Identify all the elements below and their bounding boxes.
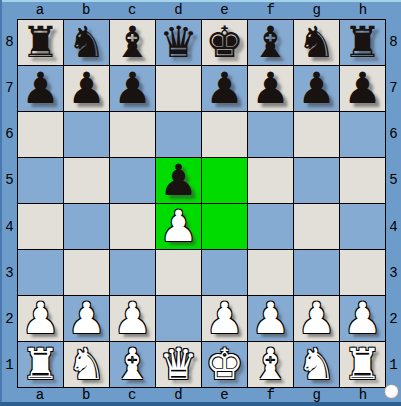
square-h8[interactable]: ♜ bbox=[340, 20, 385, 65]
white-king[interactable]: ♚ bbox=[205, 342, 244, 387]
square-c7[interactable]: ♟ bbox=[110, 66, 155, 111]
file-label-top-d: d bbox=[155, 2, 201, 18]
black-bishop[interactable]: ♝ bbox=[113, 20, 152, 65]
rank-label-left-1: 1 bbox=[2, 342, 17, 388]
black-pawn[interactable]: ♟ bbox=[113, 66, 152, 111]
white-rook[interactable]: ♜ bbox=[21, 342, 60, 387]
white-pawn[interactable]: ♟ bbox=[205, 296, 244, 341]
white-pawn[interactable]: ♟ bbox=[67, 296, 106, 341]
rank-label-right-2: 2 bbox=[386, 296, 401, 342]
square-h5[interactable] bbox=[340, 158, 385, 203]
rank-labels-left: 87654321 bbox=[2, 19, 17, 388]
square-g5[interactable] bbox=[294, 158, 339, 203]
square-a5[interactable] bbox=[18, 158, 63, 203]
board: ♜♞♝♛♚♝♞♜♟♟♟♟♟♟♟♟♟♟♟♟♟♟♟♟♜♞♝♛♚♝♞♜ bbox=[17, 19, 386, 388]
square-d6[interactable] bbox=[156, 112, 201, 157]
rank-label-right-7: 7 bbox=[386, 65, 401, 111]
black-knight[interactable]: ♞ bbox=[67, 20, 106, 65]
square-d1[interactable]: ♛ bbox=[156, 342, 201, 387]
white-pawn[interactable]: ♟ bbox=[297, 296, 336, 341]
square-f2[interactable]: ♟ bbox=[248, 296, 293, 341]
rank-label-left-6: 6 bbox=[2, 111, 17, 157]
rank-label-right-1: 1 bbox=[386, 342, 401, 388]
rank-label-right-3: 3 bbox=[386, 250, 401, 296]
file-label-top-a: a bbox=[17, 2, 63, 18]
white-rook[interactable]: ♜ bbox=[343, 342, 382, 387]
rank-label-left-8: 8 bbox=[2, 19, 17, 65]
square-b6[interactable] bbox=[64, 112, 109, 157]
square-c1[interactable]: ♝ bbox=[110, 342, 155, 387]
square-f4[interactable] bbox=[248, 204, 293, 249]
square-c4[interactable] bbox=[110, 204, 155, 249]
square-e1[interactable]: ♚ bbox=[202, 342, 247, 387]
square-g2[interactable]: ♟ bbox=[294, 296, 339, 341]
file-label-bottom-g: g bbox=[294, 387, 340, 402]
file-labels-top: abcdefgh bbox=[17, 2, 386, 18]
white-bishop[interactable]: ♝ bbox=[251, 342, 290, 387]
square-a1[interactable]: ♜ bbox=[18, 342, 63, 387]
square-e5[interactable] bbox=[202, 158, 247, 203]
square-f7[interactable]: ♟ bbox=[248, 66, 293, 111]
square-b7[interactable]: ♟ bbox=[64, 66, 109, 111]
file-label-bottom-b: b bbox=[63, 387, 109, 402]
square-e3[interactable] bbox=[202, 250, 247, 295]
square-c3[interactable] bbox=[110, 250, 155, 295]
square-d3[interactable] bbox=[156, 250, 201, 295]
square-b1[interactable]: ♞ bbox=[64, 342, 109, 387]
square-b4[interactable] bbox=[64, 204, 109, 249]
square-g4[interactable] bbox=[294, 204, 339, 249]
black-pawn[interactable]: ♟ bbox=[67, 66, 106, 111]
square-f3[interactable] bbox=[248, 250, 293, 295]
file-label-top-b: b bbox=[63, 2, 109, 18]
rank-label-right-8: 8 bbox=[386, 19, 401, 65]
white-knight[interactable]: ♞ bbox=[67, 342, 106, 387]
file-label-bottom-h: h bbox=[340, 387, 386, 402]
black-pawn[interactable]: ♟ bbox=[205, 66, 244, 111]
black-bishop[interactable]: ♝ bbox=[251, 20, 290, 65]
file-labels-bottom: abcdefgh bbox=[17, 387, 386, 402]
white-bishop[interactable]: ♝ bbox=[113, 342, 152, 387]
black-rook[interactable]: ♜ bbox=[343, 20, 382, 65]
square-d7[interactable] bbox=[156, 66, 201, 111]
square-h6[interactable] bbox=[340, 112, 385, 157]
square-g6[interactable] bbox=[294, 112, 339, 157]
black-king[interactable]: ♚ bbox=[205, 20, 244, 65]
square-g8[interactable]: ♞ bbox=[294, 20, 339, 65]
square-a4[interactable] bbox=[18, 204, 63, 249]
file-label-top-e: e bbox=[202, 2, 248, 18]
black-queen[interactable]: ♛ bbox=[159, 20, 198, 65]
square-f1[interactable]: ♝ bbox=[248, 342, 293, 387]
rank-label-left-2: 2 bbox=[2, 296, 17, 342]
square-b8[interactable]: ♞ bbox=[64, 20, 109, 65]
file-label-top-h: h bbox=[340, 2, 386, 18]
rank-label-right-4: 4 bbox=[386, 204, 401, 250]
square-d2[interactable] bbox=[156, 296, 201, 341]
black-pawn[interactable]: ♟ bbox=[343, 66, 382, 111]
file-label-top-f: f bbox=[248, 2, 294, 18]
white-to-move-indicator bbox=[384, 384, 399, 399]
square-c5[interactable] bbox=[110, 158, 155, 203]
square-d5[interactable]: ♟ bbox=[156, 158, 201, 203]
file-label-top-c: c bbox=[109, 2, 155, 18]
file-label-bottom-d: d bbox=[155, 387, 201, 402]
black-pawn[interactable]: ♟ bbox=[251, 66, 290, 111]
square-h1[interactable]: ♜ bbox=[340, 342, 385, 387]
rank-label-left-7: 7 bbox=[2, 65, 17, 111]
rank-label-left-5: 5 bbox=[2, 157, 17, 203]
square-g1[interactable]: ♞ bbox=[294, 342, 339, 387]
white-knight[interactable]: ♞ bbox=[297, 342, 336, 387]
file-label-top-g: g bbox=[294, 2, 340, 18]
square-e7[interactable]: ♟ bbox=[202, 66, 247, 111]
square-a6[interactable] bbox=[18, 112, 63, 157]
square-e4[interactable] bbox=[202, 204, 247, 249]
square-c6[interactable] bbox=[110, 112, 155, 157]
square-g7[interactable]: ♟ bbox=[294, 66, 339, 111]
black-pawn[interactable]: ♟ bbox=[21, 66, 60, 111]
black-pawn[interactable]: ♟ bbox=[297, 66, 336, 111]
square-a3[interactable] bbox=[18, 250, 63, 295]
file-label-bottom-c: c bbox=[109, 387, 155, 402]
square-h3[interactable] bbox=[340, 250, 385, 295]
rank-labels-right: 87654321 bbox=[386, 19, 401, 388]
white-pawn[interactable]: ♟ bbox=[343, 296, 382, 341]
square-a8[interactable]: ♜ bbox=[18, 20, 63, 65]
rank-label-right-6: 6 bbox=[386, 111, 401, 157]
window-bevel-bottom bbox=[0, 402, 401, 406]
square-f8[interactable]: ♝ bbox=[248, 20, 293, 65]
black-rook[interactable]: ♜ bbox=[21, 20, 60, 65]
square-g3[interactable] bbox=[294, 250, 339, 295]
white-pawn[interactable]: ♟ bbox=[159, 204, 198, 249]
white-queen[interactable]: ♛ bbox=[159, 342, 198, 387]
square-e6[interactable] bbox=[202, 112, 247, 157]
chess-board-window: abcdefgh abcdefgh 87654321 87654321 ♜♞♝♛… bbox=[0, 0, 401, 406]
square-d4[interactable]: ♟ bbox=[156, 204, 201, 249]
file-label-bottom-f: f bbox=[248, 387, 294, 402]
square-f6[interactable] bbox=[248, 112, 293, 157]
square-c2[interactable]: ♟ bbox=[110, 296, 155, 341]
rank-label-left-3: 3 bbox=[2, 250, 17, 296]
square-e8[interactable]: ♚ bbox=[202, 20, 247, 65]
square-h7[interactable]: ♟ bbox=[340, 66, 385, 111]
square-b3[interactable] bbox=[64, 250, 109, 295]
file-label-bottom-e: e bbox=[202, 387, 248, 402]
square-b2[interactable]: ♟ bbox=[64, 296, 109, 341]
square-d8[interactable]: ♛ bbox=[156, 20, 201, 65]
square-e2[interactable]: ♟ bbox=[202, 296, 247, 341]
rank-label-right-5: 5 bbox=[386, 157, 401, 203]
rank-label-left-4: 4 bbox=[2, 204, 17, 250]
square-a7[interactable]: ♟ bbox=[18, 66, 63, 111]
black-pawn[interactable]: ♟ bbox=[159, 158, 198, 203]
square-h4[interactable] bbox=[340, 204, 385, 249]
file-label-bottom-a: a bbox=[17, 387, 63, 402]
white-pawn[interactable]: ♟ bbox=[113, 296, 152, 341]
square-a2[interactable]: ♟ bbox=[18, 296, 63, 341]
black-knight[interactable]: ♞ bbox=[297, 20, 336, 65]
square-b5[interactable] bbox=[64, 158, 109, 203]
square-c8[interactable]: ♝ bbox=[110, 20, 155, 65]
square-f5[interactable] bbox=[248, 158, 293, 203]
white-pawn[interactable]: ♟ bbox=[21, 296, 60, 341]
white-pawn[interactable]: ♟ bbox=[251, 296, 290, 341]
square-h2[interactable]: ♟ bbox=[340, 296, 385, 341]
